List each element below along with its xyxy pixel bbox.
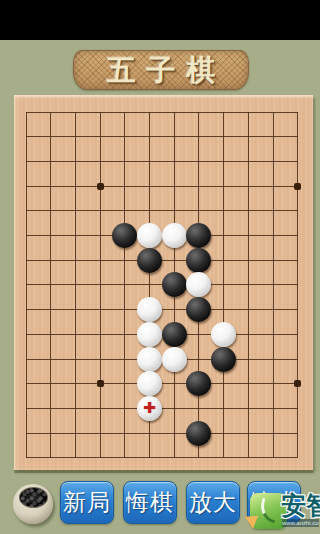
black-stone-bowl-icon: [13, 484, 53, 524]
black-stone: [112, 223, 137, 248]
white-stone: [162, 223, 187, 248]
last-move-marker: ✚: [143, 401, 156, 416]
black-stone: [186, 421, 211, 446]
title-banner: 五子棋: [73, 50, 249, 90]
new-game-button[interactable]: 新局: [60, 481, 114, 524]
watermark-text: 安智: [281, 491, 320, 519]
black-stone: [186, 223, 211, 248]
app-screen: 五子棋 ✚ 新局 悔棋 放大 缩小 安智 www.anzhi.com: [0, 0, 320, 534]
white-stone: [137, 347, 162, 372]
grid-line: [26, 457, 299, 458]
white-stone: [137, 322, 162, 347]
white-stone: [186, 272, 211, 297]
grid-line: [26, 186, 299, 187]
hand-icon: [242, 511, 258, 528]
grid-line: [26, 433, 299, 434]
bowl-stones: [19, 487, 48, 508]
zoom-in-button[interactable]: 放大: [186, 481, 240, 524]
white-stone: [162, 347, 187, 372]
grid-line: [26, 112, 299, 113]
star-point: [97, 380, 104, 387]
star-point: [294, 380, 301, 387]
white-stone: [137, 223, 162, 248]
game-board[interactable]: ✚: [14, 95, 313, 470]
status-bar: [0, 0, 320, 40]
star-point: [97, 183, 104, 190]
grid-line: [26, 210, 299, 211]
black-stone: [186, 297, 211, 322]
black-stone: [162, 322, 187, 347]
black-stone: [186, 248, 211, 273]
black-stone: [211, 347, 236, 372]
white-stone: ✚: [137, 396, 162, 421]
grid-line: [26, 136, 299, 137]
undo-button[interactable]: 悔棋: [123, 481, 177, 524]
black-stone: [162, 272, 187, 297]
white-stone: [137, 371, 162, 396]
black-stone: [186, 371, 211, 396]
sprout-leaf-icon: [256, 498, 281, 524]
app-title: 五子棋: [96, 51, 227, 89]
grid-line: [26, 161, 299, 162]
watermark-subtext: www.anzhi.com: [282, 519, 319, 527]
black-stone: [137, 248, 162, 273]
star-point: [294, 183, 301, 190]
white-stone: [137, 297, 162, 322]
white-stone: [211, 322, 236, 347]
